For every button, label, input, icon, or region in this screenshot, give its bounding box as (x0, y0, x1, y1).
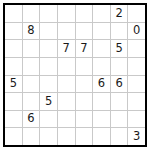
empty-cell-r7c6[interactable] (93, 111, 110, 128)
clue-cell-r3c5[interactable]: 7 (76, 40, 93, 57)
clue-cell-r5c7[interactable]: 6 (111, 76, 128, 93)
empty-cell-r3c2[interactable] (23, 40, 40, 57)
empty-cell-r2c6[interactable] (93, 23, 110, 40)
empty-cell-r1c4[interactable] (58, 5, 75, 22)
empty-cell-r7c4[interactable] (58, 111, 75, 128)
empty-cell-r7c8[interactable] (128, 111, 145, 128)
puzzle-area: 280775566563 (3, 3, 147, 147)
empty-cell-r6c2[interactable] (23, 93, 40, 110)
empty-cell-r4c7[interactable] (111, 58, 128, 75)
empty-cell-r5c5[interactable] (76, 76, 93, 93)
clue-cell-r7c2[interactable]: 6 (23, 111, 40, 128)
empty-cell-r8c2[interactable] (23, 128, 40, 145)
clue-cell-r6c3[interactable]: 5 (40, 93, 57, 110)
empty-cell-r6c8[interactable] (128, 93, 145, 110)
empty-cell-r4c2[interactable] (23, 58, 40, 75)
empty-cell-r5c3[interactable] (40, 76, 57, 93)
clue-cell-r2c8[interactable]: 0 (128, 23, 145, 40)
clue-cell-r2c2[interactable]: 8 (23, 23, 40, 40)
empty-cell-r8c6[interactable] (93, 128, 110, 145)
empty-cell-r6c6[interactable] (93, 93, 110, 110)
empty-cell-r4c5[interactable] (76, 58, 93, 75)
clue-cell-r5c1[interactable]: 5 (5, 76, 22, 93)
empty-cell-r1c5[interactable] (76, 5, 93, 22)
clue-cell-r1c7[interactable]: 2 (111, 5, 128, 22)
clue-cell-r5c6[interactable]: 6 (93, 76, 110, 93)
empty-cell-r4c4[interactable] (58, 58, 75, 75)
clue-cell-r8c8[interactable]: 3 (128, 128, 145, 145)
empty-cell-r3c1[interactable] (5, 40, 22, 57)
empty-cell-r1c2[interactable] (23, 5, 40, 22)
empty-cell-r8c4[interactable] (58, 128, 75, 145)
empty-cell-r6c5[interactable] (76, 93, 93, 110)
empty-cell-r7c5[interactable] (76, 111, 93, 128)
empty-cell-r7c3[interactable] (40, 111, 57, 128)
empty-cell-r3c6[interactable] (93, 40, 110, 57)
empty-cell-r6c1[interactable] (5, 93, 22, 110)
empty-cell-r8c5[interactable] (76, 128, 93, 145)
empty-cell-r4c6[interactable] (93, 58, 110, 75)
empty-cell-r3c3[interactable] (40, 40, 57, 57)
empty-cell-r1c3[interactable] (40, 5, 57, 22)
empty-cell-r5c2[interactable] (23, 76, 40, 93)
empty-cell-r1c6[interactable] (93, 5, 110, 22)
empty-cell-r4c8[interactable] (128, 58, 145, 75)
empty-cell-r4c1[interactable] (5, 58, 22, 75)
empty-cell-r8c3[interactable] (40, 128, 57, 145)
empty-cell-r5c8[interactable] (128, 76, 145, 93)
empty-cell-r2c1[interactable] (5, 23, 22, 40)
empty-cell-r1c1[interactable] (5, 5, 22, 22)
empty-cell-r2c5[interactable] (76, 23, 93, 40)
clue-cell-r3c7[interactable]: 5 (111, 40, 128, 57)
empty-cell-r7c7[interactable] (111, 111, 128, 128)
empty-cell-r1c8[interactable] (128, 5, 145, 22)
empty-cell-r2c3[interactable] (40, 23, 57, 40)
empty-cell-r6c7[interactable] (111, 93, 128, 110)
empty-cell-r3c8[interactable] (128, 40, 145, 57)
empty-cell-r2c7[interactable] (111, 23, 128, 40)
empty-cell-r5c4[interactable] (58, 76, 75, 93)
clue-cell-r3c4[interactable]: 7 (58, 40, 75, 57)
puzzle-board: 280775566563 (3, 3, 147, 147)
empty-cell-r8c7[interactable] (111, 128, 128, 145)
empty-cell-r7c1[interactable] (5, 111, 22, 128)
empty-cell-r4c3[interactable] (40, 58, 57, 75)
empty-cell-r8c1[interactable] (5, 128, 22, 145)
empty-cell-r6c4[interactable] (58, 93, 75, 110)
empty-cell-r2c4[interactable] (58, 23, 75, 40)
